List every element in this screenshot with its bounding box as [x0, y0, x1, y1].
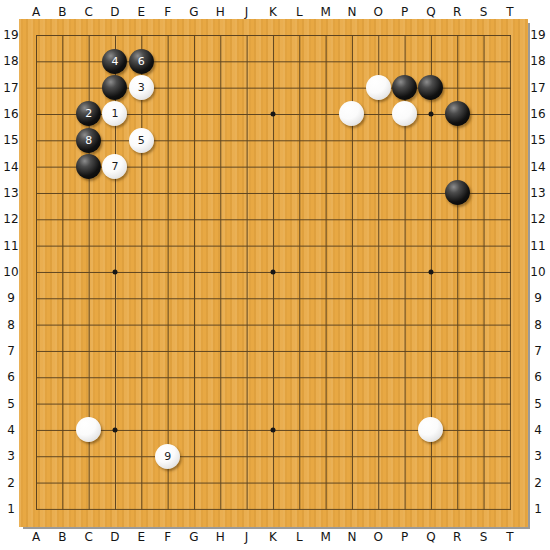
- row-label-left-15: 15: [0, 127, 22, 153]
- stone-black-R16[interactable]: [444, 101, 470, 127]
- white-stone-disc: 5: [129, 128, 154, 153]
- white-stone-disc: 3: [129, 75, 154, 100]
- black-stone-disc: 4: [102, 49, 127, 74]
- row-label-left-16: 16: [0, 101, 22, 127]
- row-label-right-11: 11: [527, 232, 549, 258]
- stone-white-P16[interactable]: [391, 101, 417, 127]
- col-label-top-F: F: [154, 4, 180, 20]
- col-label-top-K: K: [260, 4, 286, 20]
- col-label-bottom-F: F: [154, 529, 180, 545]
- col-label-bottom-H: H: [207, 529, 233, 545]
- stone-number: 7: [111, 161, 118, 172]
- col-label-top-T: T: [497, 4, 523, 20]
- col-label-bottom-J: J: [233, 529, 259, 545]
- col-label-top-G: G: [181, 4, 207, 20]
- row-label-right-2: 2: [527, 469, 549, 495]
- stone-number: 2: [85, 108, 92, 119]
- row-labels-left: 19181716151413121110987654321: [0, 22, 22, 522]
- white-stone-disc: 1: [102, 101, 127, 126]
- row-label-left-10: 10: [0, 259, 22, 285]
- col-label-top-B: B: [49, 4, 75, 20]
- stone-layer: 462813579: [23, 22, 523, 522]
- col-label-top-M: M: [312, 4, 338, 20]
- row-label-left-2: 2: [0, 469, 22, 495]
- stone-number: 4: [111, 56, 118, 67]
- row-label-right-12: 12: [527, 206, 549, 232]
- black-stone-disc: [445, 101, 470, 126]
- row-label-right-3: 3: [527, 443, 549, 469]
- white-stone-disc: [76, 417, 101, 442]
- white-stone-disc: [366, 75, 391, 100]
- row-label-right-16: 16: [527, 101, 549, 127]
- stone-black-C14[interactable]: [75, 153, 101, 179]
- col-label-top-J: J: [233, 4, 259, 20]
- stone-black-E18[interactable]: 6: [128, 48, 154, 74]
- black-stone-disc: [76, 154, 101, 179]
- col-label-top-H: H: [207, 4, 233, 20]
- row-label-right-19: 19: [527, 22, 549, 48]
- row-label-left-1: 1: [0, 496, 22, 522]
- row-label-left-7: 7: [0, 338, 22, 364]
- stone-white-C4[interactable]: [75, 417, 101, 443]
- row-label-right-17: 17: [527, 74, 549, 100]
- row-label-right-6: 6: [527, 364, 549, 390]
- row-label-right-10: 10: [527, 259, 549, 285]
- col-label-top-E: E: [128, 4, 154, 20]
- col-label-top-Q: Q: [418, 4, 444, 20]
- col-label-bottom-T: T: [497, 529, 523, 545]
- row-label-right-1: 1: [527, 496, 549, 522]
- row-label-right-18: 18: [527, 48, 549, 74]
- white-stone-disc: [339, 101, 364, 126]
- row-label-left-19: 19: [0, 22, 22, 48]
- white-stone-disc: 9: [155, 444, 180, 469]
- col-label-top-O: O: [365, 4, 391, 20]
- row-label-right-8: 8: [527, 311, 549, 337]
- col-label-bottom-G: G: [181, 529, 207, 545]
- white-stone-disc: [418, 417, 443, 442]
- row-label-right-13: 13: [527, 180, 549, 206]
- stone-white-O17[interactable]: [365, 74, 391, 100]
- stone-black-C15[interactable]: 8: [75, 127, 101, 153]
- col-label-top-A: A: [23, 4, 49, 20]
- row-label-right-4: 4: [527, 417, 549, 443]
- row-label-right-15: 15: [527, 127, 549, 153]
- stone-black-D18[interactable]: 4: [102, 48, 128, 74]
- black-stone-disc: [102, 75, 127, 100]
- row-label-left-5: 5: [0, 390, 22, 416]
- black-stone-disc: [392, 75, 417, 100]
- col-label-bottom-C: C: [75, 529, 101, 545]
- row-label-left-9: 9: [0, 285, 22, 311]
- col-label-bottom-M: M: [312, 529, 338, 545]
- black-stone-disc: 8: [76, 128, 101, 153]
- black-stone-disc: [445, 180, 470, 205]
- stone-white-N16[interactable]: [339, 101, 365, 127]
- stone-black-D17[interactable]: [102, 74, 128, 100]
- stone-white-E15[interactable]: 5: [128, 127, 154, 153]
- black-stone-disc: 6: [129, 49, 154, 74]
- row-label-left-12: 12: [0, 206, 22, 232]
- col-label-bottom-L: L: [286, 529, 312, 545]
- row-label-right-9: 9: [527, 285, 549, 311]
- row-label-left-4: 4: [0, 417, 22, 443]
- col-label-bottom-E: E: [128, 529, 154, 545]
- row-labels-right: 19181716151413121110987654321: [527, 22, 549, 522]
- col-label-top-L: L: [286, 4, 312, 20]
- row-label-left-18: 18: [0, 48, 22, 74]
- stone-white-F3[interactable]: 9: [154, 443, 180, 469]
- col-label-bottom-A: A: [23, 529, 49, 545]
- col-label-bottom-Q: Q: [418, 529, 444, 545]
- stone-number: 3: [138, 82, 145, 93]
- row-label-left-6: 6: [0, 364, 22, 390]
- row-label-left-3: 3: [0, 443, 22, 469]
- row-label-left-11: 11: [0, 232, 22, 258]
- column-labels-top: ABCDEFGHJKLMNOPQRST: [23, 4, 523, 20]
- col-label-bottom-P: P: [391, 529, 417, 545]
- stone-number: 8: [85, 135, 92, 146]
- go-board-diagram: ABCDEFGHJKLMNOPQRST ABCDEFGHJKLMNOPQRST …: [0, 0, 550, 550]
- col-label-top-C: C: [75, 4, 101, 20]
- col-label-top-R: R: [444, 4, 470, 20]
- column-labels-bottom: ABCDEFGHJKLMNOPQRST: [23, 529, 523, 545]
- col-label-bottom-N: N: [339, 529, 365, 545]
- white-stone-disc: 7: [102, 154, 127, 179]
- col-label-bottom-D: D: [102, 529, 128, 545]
- stone-black-R13[interactable]: [444, 180, 470, 206]
- col-label-bottom-S: S: [470, 529, 496, 545]
- row-label-left-8: 8: [0, 311, 22, 337]
- col-label-bottom-R: R: [444, 529, 470, 545]
- stone-white-E17[interactable]: 3: [128, 74, 154, 100]
- row-label-right-5: 5: [527, 390, 549, 416]
- col-label-top-D: D: [102, 4, 128, 20]
- row-label-right-7: 7: [527, 338, 549, 364]
- col-label-top-S: S: [470, 4, 496, 20]
- col-label-top-N: N: [339, 4, 365, 20]
- stone-white-Q4[interactable]: [418, 417, 444, 443]
- col-label-bottom-B: B: [49, 529, 75, 545]
- col-label-bottom-K: K: [260, 529, 286, 545]
- col-label-top-P: P: [391, 4, 417, 20]
- stone-number: 1: [111, 108, 118, 119]
- row-label-right-14: 14: [527, 153, 549, 179]
- white-stone-disc: [392, 101, 417, 126]
- stone-number: 6: [138, 56, 145, 67]
- col-label-bottom-O: O: [365, 529, 391, 545]
- black-stone-disc: 2: [76, 101, 101, 126]
- stone-number: 5: [138, 135, 145, 146]
- stone-black-P17[interactable]: [391, 74, 417, 100]
- stone-white-D14[interactable]: 7: [102, 153, 128, 179]
- stone-black-C16[interactable]: 2: [75, 101, 101, 127]
- row-label-left-17: 17: [0, 74, 22, 100]
- stone-black-Q17[interactable]: [418, 74, 444, 100]
- stone-number: 9: [164, 451, 171, 462]
- stone-white-D16[interactable]: 1: [102, 101, 128, 127]
- black-stone-disc: [418, 75, 443, 100]
- row-label-left-14: 14: [0, 153, 22, 179]
- row-label-left-13: 13: [0, 180, 22, 206]
